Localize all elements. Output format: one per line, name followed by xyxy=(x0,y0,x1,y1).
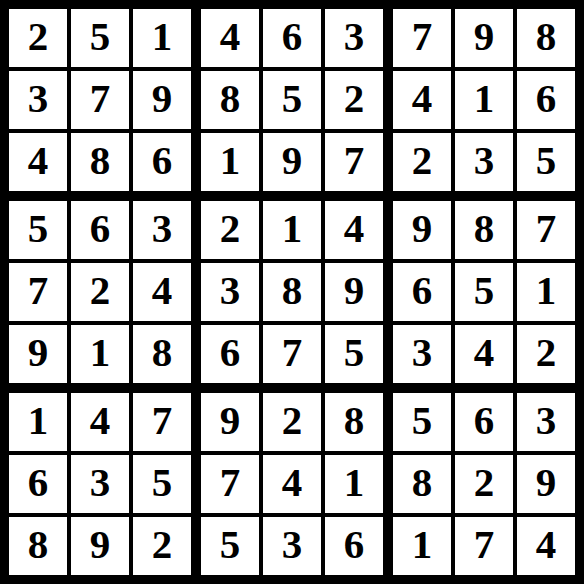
cell-r5c7[interactable]: 6 xyxy=(393,263,451,321)
cell-digit: 2 xyxy=(152,524,173,568)
cell-r4c3[interactable]: 3 xyxy=(133,201,191,259)
cell-r6c7[interactable]: 3 xyxy=(393,325,451,383)
cell-digit: 5 xyxy=(220,524,241,568)
cell-digit: 3 xyxy=(474,140,495,184)
cell-digit: 5 xyxy=(152,462,173,506)
cell-r3c7[interactable]: 2 xyxy=(393,133,451,191)
cell-digit: 9 xyxy=(90,524,111,568)
cell-digit: 8 xyxy=(220,78,241,122)
cell-r2c3[interactable]: 9 xyxy=(133,71,191,129)
cell-r5c2[interactable]: 2 xyxy=(71,263,129,321)
cell-digit: 2 xyxy=(474,462,495,506)
cell-r9c7[interactable]: 1 xyxy=(393,517,451,575)
cell-r2c8[interactable]: 1 xyxy=(455,71,513,129)
cell-r2c5[interactable]: 5 xyxy=(263,71,321,129)
cell-r3c6[interactable]: 7 xyxy=(325,133,383,191)
cell-r8c4[interactable]: 7 xyxy=(201,455,259,513)
cell-r9c3[interactable]: 2 xyxy=(133,517,191,575)
cell-digit: 4 xyxy=(28,140,49,184)
cell-r9c6[interactable]: 6 xyxy=(325,517,383,575)
cell-digit: 8 xyxy=(152,332,173,376)
cell-r7c8[interactable]: 6 xyxy=(455,393,513,451)
cell-r6c8[interactable]: 4 xyxy=(455,325,513,383)
cell-r9c5[interactable]: 3 xyxy=(263,517,321,575)
cell-r9c1[interactable]: 8 xyxy=(9,517,67,575)
cell-r3c9[interactable]: 5 xyxy=(517,133,575,191)
cell-digit: 8 xyxy=(28,524,49,568)
cell-r3c8[interactable]: 3 xyxy=(455,133,513,191)
cell-digit: 7 xyxy=(282,332,303,376)
cell-r7c7[interactable]: 5 xyxy=(393,393,451,451)
cell-digit: 5 xyxy=(28,208,49,252)
cell-r2c1[interactable]: 3 xyxy=(9,71,67,129)
cell-r8c3[interactable]: 5 xyxy=(133,455,191,513)
cell-digit: 6 xyxy=(344,524,365,568)
cell-r7c6[interactable]: 8 xyxy=(325,393,383,451)
cell-r2c6[interactable]: 2 xyxy=(325,71,383,129)
cell-digit: 9 xyxy=(28,332,49,376)
cell-digit: 3 xyxy=(28,78,49,122)
cell-digit: 4 xyxy=(412,78,433,122)
block-r1c3: 798416235 xyxy=(393,9,575,191)
cell-digit: 3 xyxy=(220,270,241,314)
cell-digit: 6 xyxy=(220,332,241,376)
cell-r6c4[interactable]: 6 xyxy=(201,325,259,383)
cell-r1c6[interactable]: 3 xyxy=(325,9,383,67)
cell-digit: 3 xyxy=(152,208,173,252)
cell-digit: 4 xyxy=(90,400,111,444)
cell-digit: 5 xyxy=(474,270,495,314)
cell-r1c8[interactable]: 9 xyxy=(455,9,513,67)
sudoku-board: 2513794864638521977984162355637249182143… xyxy=(0,0,584,584)
cell-r2c9[interactable]: 6 xyxy=(517,71,575,129)
cell-r6c5[interactable]: 7 xyxy=(263,325,321,383)
cell-r7c2[interactable]: 4 xyxy=(71,393,129,451)
cell-r4c8[interactable]: 8 xyxy=(455,201,513,259)
cell-r5c6[interactable]: 9 xyxy=(325,263,383,321)
cell-digit: 2 xyxy=(28,16,49,60)
cell-digit: 1 xyxy=(282,208,303,252)
cell-r8c7[interactable]: 8 xyxy=(393,455,451,513)
cell-r5c8[interactable]: 5 xyxy=(455,263,513,321)
cell-r5c1[interactable]: 7 xyxy=(9,263,67,321)
cell-r1c5[interactable]: 6 xyxy=(263,9,321,67)
cell-r1c4[interactable]: 4 xyxy=(201,9,259,67)
cell-digit: 4 xyxy=(474,332,495,376)
cell-digit: 2 xyxy=(412,140,433,184)
cell-digit: 2 xyxy=(90,270,111,314)
cell-digit: 5 xyxy=(344,332,365,376)
cell-digit: 8 xyxy=(474,208,495,252)
cell-digit: 6 xyxy=(90,208,111,252)
cell-digit: 8 xyxy=(344,400,365,444)
cell-r3c5[interactable]: 9 xyxy=(263,133,321,191)
cell-r9c8[interactable]: 7 xyxy=(455,517,513,575)
cell-r8c6[interactable]: 1 xyxy=(325,455,383,513)
cell-digit: 7 xyxy=(220,462,241,506)
cell-digit: 2 xyxy=(344,78,365,122)
cell-r8c8[interactable]: 2 xyxy=(455,455,513,513)
cell-r8c2[interactable]: 3 xyxy=(71,455,129,513)
cell-r8c5[interactable]: 4 xyxy=(263,455,321,513)
cell-r1c9[interactable]: 8 xyxy=(517,9,575,67)
cell-r5c3[interactable]: 4 xyxy=(133,263,191,321)
block-r2c3: 987651342 xyxy=(393,201,575,383)
cell-digit: 9 xyxy=(220,400,241,444)
cell-digit: 3 xyxy=(344,16,365,60)
cell-digit: 6 xyxy=(536,78,557,122)
cell-digit: 5 xyxy=(412,400,433,444)
cell-digit: 5 xyxy=(536,140,557,184)
cell-digit: 6 xyxy=(152,140,173,184)
cell-digit: 3 xyxy=(282,524,303,568)
cell-digit: 3 xyxy=(536,400,557,444)
block-r1c2: 463852197 xyxy=(201,9,383,191)
cell-r9c9[interactable]: 4 xyxy=(517,517,575,575)
cell-digit: 7 xyxy=(90,78,111,122)
block-r1c1: 251379486 xyxy=(9,9,191,191)
cell-digit: 2 xyxy=(220,208,241,252)
cell-r1c7[interactable]: 7 xyxy=(393,9,451,67)
cell-digit: 1 xyxy=(220,140,241,184)
cell-digit: 7 xyxy=(28,270,49,314)
cell-digit: 2 xyxy=(536,332,557,376)
cell-digit: 9 xyxy=(344,270,365,314)
cell-digit: 6 xyxy=(412,270,433,314)
cell-digit: 7 xyxy=(474,524,495,568)
cell-digit: 4 xyxy=(344,208,365,252)
cell-r6c1[interactable]: 9 xyxy=(9,325,67,383)
cell-r7c1[interactable]: 1 xyxy=(9,393,67,451)
cell-digit: 1 xyxy=(152,16,173,60)
cell-digit: 4 xyxy=(282,462,303,506)
cell-digit: 1 xyxy=(90,332,111,376)
cell-digit: 8 xyxy=(90,140,111,184)
cell-r7c9[interactable]: 3 xyxy=(517,393,575,451)
cell-r4c4[interactable]: 2 xyxy=(201,201,259,259)
cell-digit: 9 xyxy=(412,208,433,252)
cell-r4c7[interactable]: 9 xyxy=(393,201,451,259)
cell-r5c5[interactable]: 8 xyxy=(263,263,321,321)
cell-r4c6[interactable]: 4 xyxy=(325,201,383,259)
cell-digit: 1 xyxy=(474,78,495,122)
cell-r9c4[interactable]: 5 xyxy=(201,517,259,575)
cell-r4c2[interactable]: 6 xyxy=(71,201,129,259)
cell-digit: 8 xyxy=(536,16,557,60)
block-r2c2: 214389675 xyxy=(201,201,383,383)
cell-digit: 8 xyxy=(412,462,433,506)
cell-r7c5[interactable]: 2 xyxy=(263,393,321,451)
cell-digit: 3 xyxy=(412,332,433,376)
cell-digit: 1 xyxy=(28,400,49,444)
cell-r1c3[interactable]: 1 xyxy=(133,9,191,67)
cell-digit: 5 xyxy=(90,16,111,60)
cell-r4c5[interactable]: 1 xyxy=(263,201,321,259)
cell-digit: 4 xyxy=(152,270,173,314)
cell-r7c4[interactable]: 9 xyxy=(201,393,259,451)
cell-digit: 7 xyxy=(152,400,173,444)
cell-r1c2[interactable]: 5 xyxy=(71,9,129,67)
cell-digit: 5 xyxy=(282,78,303,122)
cell-digit: 1 xyxy=(412,524,433,568)
cell-r1c1[interactable]: 2 xyxy=(9,9,67,67)
block-r3c2: 928741536 xyxy=(201,393,383,575)
cell-digit: 6 xyxy=(282,16,303,60)
block-r2c1: 563724918 xyxy=(9,201,191,383)
cell-r6c2[interactable]: 1 xyxy=(71,325,129,383)
cell-digit: 6 xyxy=(28,462,49,506)
cell-r7c3[interactable]: 7 xyxy=(133,393,191,451)
block-r3c1: 147635892 xyxy=(9,393,191,575)
cell-digit: 9 xyxy=(536,462,557,506)
cell-digit: 9 xyxy=(474,16,495,60)
cell-digit: 7 xyxy=(344,140,365,184)
cell-r6c6[interactable]: 5 xyxy=(325,325,383,383)
cell-r2c4[interactable]: 8 xyxy=(201,71,259,129)
block-r3c3: 563829174 xyxy=(393,393,575,575)
cell-r2c7[interactable]: 4 xyxy=(393,71,451,129)
cell-digit: 3 xyxy=(90,462,111,506)
cell-digit: 1 xyxy=(344,462,365,506)
cell-r4c9[interactable]: 7 xyxy=(517,201,575,259)
cell-r8c9[interactable]: 9 xyxy=(517,455,575,513)
cell-r5c4[interactable]: 3 xyxy=(201,263,259,321)
cell-digit: 8 xyxy=(282,270,303,314)
cell-r4c1[interactable]: 5 xyxy=(9,201,67,259)
cell-digit: 4 xyxy=(536,524,557,568)
cell-r8c1[interactable]: 6 xyxy=(9,455,67,513)
cell-digit: 6 xyxy=(474,400,495,444)
cell-r6c3[interactable]: 8 xyxy=(133,325,191,383)
cell-digit: 7 xyxy=(412,16,433,60)
cell-digit: 9 xyxy=(282,140,303,184)
cell-r3c2[interactable]: 8 xyxy=(71,133,129,191)
cell-digit: 1 xyxy=(536,270,557,314)
cell-r2c2[interactable]: 7 xyxy=(71,71,129,129)
cell-r3c3[interactable]: 6 xyxy=(133,133,191,191)
cell-r6c9[interactable]: 2 xyxy=(517,325,575,383)
cell-r3c4[interactable]: 1 xyxy=(201,133,259,191)
cell-r9c2[interactable]: 9 xyxy=(71,517,129,575)
cell-digit: 9 xyxy=(152,78,173,122)
cell-digit: 2 xyxy=(282,400,303,444)
cell-r5c9[interactable]: 1 xyxy=(517,263,575,321)
cell-digit: 4 xyxy=(220,16,241,60)
cell-r3c1[interactable]: 4 xyxy=(9,133,67,191)
cell-digit: 7 xyxy=(536,208,557,252)
